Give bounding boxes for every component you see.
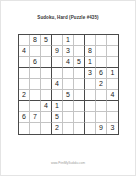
cell-r6c7[interactable] bbox=[85, 90, 96, 101]
cell-r1c2[interactable]: 8 bbox=[30, 35, 41, 46]
cell-r3c9[interactable] bbox=[107, 57, 118, 68]
cell-r5c2[interactable] bbox=[30, 79, 41, 90]
cell-r6c1[interactable]: 2 bbox=[19, 90, 30, 101]
cell-r4c3[interactable] bbox=[41, 68, 52, 79]
cell-r6c5[interactable]: 5 bbox=[63, 90, 74, 101]
cell-r4c6[interactable] bbox=[74, 68, 85, 79]
cell-r5c6[interactable] bbox=[74, 79, 85, 90]
cell-r5c9[interactable] bbox=[107, 79, 118, 90]
cell-r9c6[interactable] bbox=[74, 123, 85, 134]
cell-r4c9[interactable]: 1 bbox=[107, 68, 118, 79]
cell-r3c2[interactable]: 6 bbox=[30, 57, 41, 68]
cell-r9c4[interactable]: 2 bbox=[52, 123, 63, 134]
cell-r7c6[interactable] bbox=[74, 101, 85, 112]
cell-r6c3[interactable] bbox=[41, 90, 52, 101]
cell-r7c2[interactable] bbox=[30, 101, 41, 112]
cell-r7c5[interactable] bbox=[63, 101, 74, 112]
cell-r1c9[interactable] bbox=[107, 35, 118, 46]
cell-r9c1[interactable] bbox=[19, 123, 30, 134]
cell-r3c6[interactable]: 5 bbox=[74, 57, 85, 68]
cell-r2c9[interactable] bbox=[107, 46, 118, 57]
cell-r2c4[interactable]: 9 bbox=[52, 46, 63, 57]
cell-r1c8[interactable] bbox=[96, 35, 107, 46]
cell-r5c7[interactable] bbox=[85, 79, 96, 90]
cell-r6c4[interactable] bbox=[52, 90, 63, 101]
cell-r8c9[interactable] bbox=[107, 112, 118, 123]
cell-r5c3[interactable] bbox=[41, 79, 52, 90]
cell-r1c3[interactable]: 5 bbox=[41, 35, 52, 46]
cell-r7c8[interactable] bbox=[96, 101, 107, 112]
cell-r2c1[interactable]: 4 bbox=[19, 46, 30, 57]
cell-r9c8[interactable]: 9 bbox=[96, 123, 107, 134]
cell-r6c9[interactable]: 4 bbox=[107, 90, 118, 101]
cell-r2c5[interactable]: 3 bbox=[63, 46, 74, 57]
cell-r7c7[interactable] bbox=[85, 101, 96, 112]
cell-r8c8[interactable] bbox=[96, 112, 107, 123]
cell-r1c1[interactable] bbox=[19, 35, 30, 46]
footer-url: www.PrintMySudoku.com bbox=[1, 161, 135, 165]
cell-r2c3[interactable] bbox=[41, 46, 52, 57]
cell-r9c2[interactable] bbox=[30, 123, 41, 134]
sudoku-board: 851493864513614225441675293 bbox=[18, 34, 119, 135]
cell-r9c5[interactable] bbox=[63, 123, 74, 134]
cell-r8c7[interactable] bbox=[85, 112, 96, 123]
cell-r8c1[interactable]: 6 bbox=[19, 112, 30, 123]
cell-r3c3[interactable] bbox=[41, 57, 52, 68]
cell-r3c8[interactable] bbox=[96, 57, 107, 68]
cell-r9c9[interactable]: 3 bbox=[107, 123, 118, 134]
cell-r2c2[interactable] bbox=[30, 46, 41, 57]
cell-r4c8[interactable]: 6 bbox=[96, 68, 107, 79]
cell-r6c8[interactable] bbox=[96, 90, 107, 101]
cell-r8c5[interactable] bbox=[63, 112, 74, 123]
cell-r8c4[interactable]: 5 bbox=[52, 112, 63, 123]
cell-r4c1[interactable] bbox=[19, 68, 30, 79]
cell-r9c7[interactable] bbox=[85, 123, 96, 134]
cell-r8c2[interactable]: 7 bbox=[30, 112, 41, 123]
cell-r2c7[interactable]: 8 bbox=[85, 46, 96, 57]
cell-r1c5[interactable]: 1 bbox=[63, 35, 74, 46]
cell-r2c6[interactable] bbox=[74, 46, 85, 57]
cell-r1c6[interactable] bbox=[74, 35, 85, 46]
cell-r5c1[interactable] bbox=[19, 79, 30, 90]
cell-r5c5[interactable] bbox=[63, 79, 74, 90]
cell-r8c3[interactable] bbox=[41, 112, 52, 123]
cell-r2c8[interactable] bbox=[96, 46, 107, 57]
cell-r6c2[interactable] bbox=[30, 90, 41, 101]
cell-r1c7[interactable] bbox=[85, 35, 96, 46]
cell-r8c6[interactable] bbox=[74, 112, 85, 123]
cell-r5c4[interactable]: 4 bbox=[52, 79, 63, 90]
cell-r9c3[interactable] bbox=[41, 123, 52, 134]
cell-r3c5[interactable]: 4 bbox=[63, 57, 74, 68]
cell-r3c7[interactable]: 1 bbox=[85, 57, 96, 68]
cell-r5c8[interactable]: 2 bbox=[96, 79, 107, 90]
cell-r7c3[interactable]: 4 bbox=[41, 101, 52, 112]
cell-r7c4[interactable]: 1 bbox=[52, 101, 63, 112]
cell-r3c4[interactable] bbox=[52, 57, 63, 68]
cell-r4c4[interactable] bbox=[52, 68, 63, 79]
cell-r4c2[interactable] bbox=[30, 68, 41, 79]
cell-r1c4[interactable] bbox=[52, 35, 63, 46]
cell-r4c5[interactable] bbox=[63, 68, 74, 79]
cell-r7c1[interactable] bbox=[19, 101, 30, 112]
sudoku-page: Sudoku, Hard (Puzzle #435) 8514938645136… bbox=[0, 0, 136, 176]
cell-r3c1[interactable] bbox=[19, 57, 30, 68]
cell-r7c9[interactable] bbox=[107, 101, 118, 112]
page-title: Sudoku, Hard (Puzzle #435) bbox=[1, 15, 135, 20]
cell-r4c7[interactable]: 3 bbox=[85, 68, 96, 79]
cell-r6c6[interactable] bbox=[74, 90, 85, 101]
